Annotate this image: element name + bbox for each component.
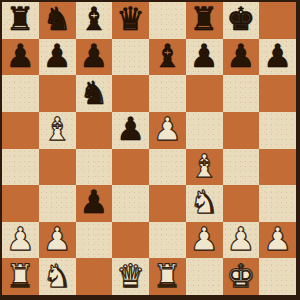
square-e4[interactable] — [149, 149, 186, 186]
square-c8[interactable]: ♝ — [76, 2, 113, 39]
square-h2[interactable]: ♟ — [259, 222, 296, 259]
white-pawn-g2[interactable]: ♟ — [227, 223, 256, 255]
square-g8[interactable]: ♚ — [223, 2, 260, 39]
square-g2[interactable]: ♟ — [223, 222, 260, 259]
square-h5[interactable] — [259, 112, 296, 149]
square-e3[interactable] — [149, 185, 186, 222]
black-queen-d8[interactable]: ♛ — [116, 3, 145, 35]
white-pawn-b2[interactable]: ♟ — [43, 223, 72, 255]
square-g7[interactable]: ♟ — [223, 39, 260, 76]
square-f8[interactable]: ♜ — [186, 2, 223, 39]
square-e1[interactable]: ♜ — [149, 258, 186, 295]
square-h7[interactable]: ♟ — [259, 39, 296, 76]
square-f4[interactable]: ♝ — [186, 149, 223, 186]
white-pawn-h2[interactable]: ♟ — [263, 223, 292, 255]
chess-board: ♜♞♝♛♜♚♟♟♟♝♟♟♟♞♝♟♟♝♟♞♟♟♟♟♟♜♞♛♜♚ — [0, 0, 300, 300]
black-pawn-d5[interactable]: ♟ — [116, 113, 145, 145]
black-pawn-f7[interactable]: ♟ — [190, 40, 219, 72]
square-e5[interactable]: ♟ — [149, 112, 186, 149]
square-c5[interactable] — [76, 112, 113, 149]
square-c6[interactable]: ♞ — [76, 75, 113, 112]
square-b7[interactable]: ♟ — [39, 39, 76, 76]
square-b6[interactable] — [39, 75, 76, 112]
square-d5[interactable]: ♟ — [112, 112, 149, 149]
square-c1[interactable] — [76, 258, 113, 295]
square-d3[interactable] — [112, 185, 149, 222]
square-g6[interactable] — [223, 75, 260, 112]
square-g3[interactable] — [223, 185, 260, 222]
white-pawn-a2[interactable]: ♟ — [6, 223, 35, 255]
square-d4[interactable] — [112, 149, 149, 186]
square-a7[interactable]: ♟ — [2, 39, 39, 76]
square-g5[interactable] — [223, 112, 260, 149]
square-b3[interactable] — [39, 185, 76, 222]
square-f3[interactable]: ♞ — [186, 185, 223, 222]
square-b2[interactable]: ♟ — [39, 222, 76, 259]
square-h8[interactable] — [259, 2, 296, 39]
black-pawn-c3[interactable]: ♟ — [80, 186, 109, 218]
white-bishop-b5[interactable]: ♝ — [43, 113, 72, 145]
black-bishop-c8[interactable]: ♝ — [80, 3, 109, 35]
square-f7[interactable]: ♟ — [186, 39, 223, 76]
square-e8[interactable] — [149, 2, 186, 39]
square-a2[interactable]: ♟ — [2, 222, 39, 259]
square-h1[interactable] — [259, 258, 296, 295]
square-a6[interactable] — [2, 75, 39, 112]
black-rook-f8[interactable]: ♜ — [190, 3, 219, 35]
black-pawn-a7[interactable]: ♟ — [6, 40, 35, 72]
square-c3[interactable]: ♟ — [76, 185, 113, 222]
chess-diagram: ♜♞♝♛♜♚♟♟♟♝♟♟♟♞♝♟♟♝♟♞♟♟♟♟♟♜♞♛♜♚ — [0, 0, 300, 300]
square-b5[interactable]: ♝ — [39, 112, 76, 149]
black-bishop-e7[interactable]: ♝ — [153, 40, 182, 72]
square-h3[interactable] — [259, 185, 296, 222]
square-f6[interactable] — [186, 75, 223, 112]
square-d1[interactable]: ♛ — [112, 258, 149, 295]
white-knight-f3[interactable]: ♞ — [190, 186, 219, 218]
square-g1[interactable]: ♚ — [223, 258, 260, 295]
white-pawn-f2[interactable]: ♟ — [190, 223, 219, 255]
square-b8[interactable]: ♞ — [39, 2, 76, 39]
square-h4[interactable] — [259, 149, 296, 186]
square-g4[interactable] — [223, 149, 260, 186]
square-e2[interactable] — [149, 222, 186, 259]
square-c7[interactable]: ♟ — [76, 39, 113, 76]
square-d6[interactable] — [112, 75, 149, 112]
white-pawn-e5[interactable]: ♟ — [153, 113, 182, 145]
white-rook-e1[interactable]: ♜ — [153, 260, 182, 292]
square-a5[interactable] — [2, 112, 39, 149]
square-a8[interactable]: ♜ — [2, 2, 39, 39]
square-b1[interactable]: ♞ — [39, 258, 76, 295]
black-pawn-b7[interactable]: ♟ — [43, 40, 72, 72]
black-knight-b8[interactable]: ♞ — [43, 3, 72, 35]
square-e6[interactable] — [149, 75, 186, 112]
white-king-g1[interactable]: ♚ — [227, 260, 256, 292]
square-h6[interactable] — [259, 75, 296, 112]
black-pawn-h7[interactable]: ♟ — [263, 40, 292, 72]
square-e7[interactable]: ♝ — [149, 39, 186, 76]
white-bishop-f4[interactable]: ♝ — [190, 150, 219, 182]
square-f1[interactable] — [186, 258, 223, 295]
square-d7[interactable] — [112, 39, 149, 76]
square-c2[interactable] — [76, 222, 113, 259]
black-pawn-g7[interactable]: ♟ — [227, 40, 256, 72]
white-rook-a1[interactable]: ♜ — [6, 260, 35, 292]
square-d8[interactable]: ♛ — [112, 2, 149, 39]
square-c4[interactable] — [76, 149, 113, 186]
white-queen-d1[interactable]: ♛ — [116, 260, 145, 292]
square-f2[interactable]: ♟ — [186, 222, 223, 259]
black-king-g8[interactable]: ♚ — [227, 3, 256, 35]
white-knight-b1[interactable]: ♞ — [43, 260, 72, 292]
square-d2[interactable] — [112, 222, 149, 259]
square-f5[interactable] — [186, 112, 223, 149]
black-knight-c6[interactable]: ♞ — [80, 77, 109, 109]
square-a3[interactable] — [2, 185, 39, 222]
black-pawn-c7[interactable]: ♟ — [80, 40, 109, 72]
square-a1[interactable]: ♜ — [2, 258, 39, 295]
square-a4[interactable] — [2, 149, 39, 186]
black-rook-a8[interactable]: ♜ — [6, 3, 35, 35]
square-b4[interactable] — [39, 149, 76, 186]
